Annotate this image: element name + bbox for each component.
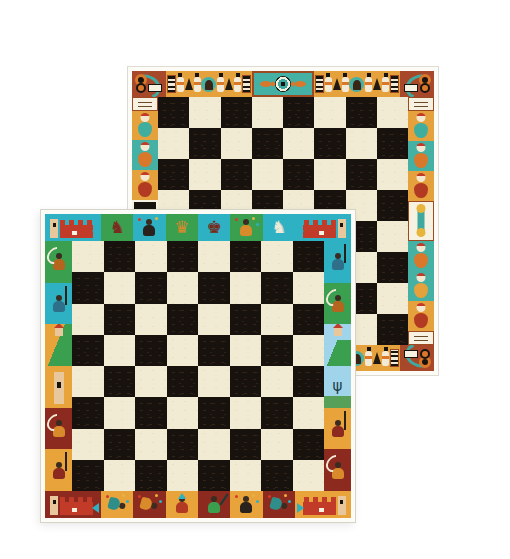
dark-square <box>198 335 230 366</box>
light-square <box>104 335 136 366</box>
queen-tile: ♛ <box>166 214 198 241</box>
light-square <box>314 159 345 190</box>
castle-on-hill-tile <box>45 324 72 366</box>
dark-square <box>377 128 408 159</box>
dark-square <box>167 429 199 460</box>
dark-square <box>293 241 325 272</box>
tower-tile <box>45 366 72 408</box>
light-square <box>167 335 199 366</box>
soldier-tile <box>324 408 351 450</box>
dark-square <box>167 241 199 272</box>
stick-player-tile <box>198 491 230 518</box>
dark-square <box>135 460 167 491</box>
dark-square <box>158 97 189 128</box>
swirl-corner-top-left <box>132 71 166 97</box>
light-square <box>72 366 104 397</box>
light-square <box>167 460 199 491</box>
checkers-board-right-border <box>408 97 434 345</box>
product-photo: ♞♛♚♞ψ <box>0 0 510 559</box>
chess-board-left-border <box>45 241 72 491</box>
dark-square <box>346 97 377 128</box>
matryoshka-orange <box>132 140 158 170</box>
juggler-figure <box>240 219 252 236</box>
soldier-tile <box>45 283 72 325</box>
light-square <box>261 429 293 460</box>
light-square <box>198 429 230 460</box>
light-square <box>252 159 283 190</box>
dark-square <box>221 159 252 190</box>
dark-square <box>104 429 136 460</box>
dark-square <box>293 304 325 335</box>
castle-corner-top-left <box>45 214 101 241</box>
acrobat-figure <box>107 497 127 513</box>
knight-tile: ♞ <box>110 219 125 236</box>
dark-square <box>377 252 408 283</box>
light-square <box>135 241 167 272</box>
swirl-corner-top-right <box>400 71 434 97</box>
light-square <box>104 460 136 491</box>
king-tile: ♚ <box>198 214 230 241</box>
matryoshka-red <box>408 171 434 201</box>
dark-square <box>135 335 167 366</box>
light-square <box>230 460 262 491</box>
juggler-tile <box>133 214 165 241</box>
chess-board-front: ♞♛♚♞ψ <box>41 210 355 522</box>
matryoshka-red <box>132 170 158 200</box>
trident-silhouette-tile: ψ <box>324 366 351 408</box>
archer-tile <box>45 241 72 283</box>
trident-glyph: ψ <box>333 379 343 394</box>
castle-on-hill-tile <box>324 324 351 366</box>
light-square <box>230 272 262 303</box>
dark-square <box>189 128 220 159</box>
light-square <box>158 128 189 159</box>
light-square <box>346 128 377 159</box>
light-square <box>293 460 325 491</box>
dark-square <box>198 272 230 303</box>
light-square <box>72 241 104 272</box>
light-square <box>283 128 314 159</box>
dark-square <box>293 366 325 397</box>
checkers-board-top-border <box>132 71 434 97</box>
dark-square <box>261 460 293 491</box>
light-square <box>293 397 325 428</box>
light-square <box>252 97 283 128</box>
light-square <box>189 97 220 128</box>
dark-square <box>283 159 314 190</box>
dark-square <box>261 397 293 428</box>
dark-square <box>104 366 136 397</box>
acrobat-figure <box>269 497 289 513</box>
dark-square <box>377 314 408 345</box>
fish-and-eye-plaque <box>252 71 314 97</box>
dash-plaque <box>132 97 158 111</box>
dark-square <box>221 97 252 128</box>
light-square <box>377 159 408 190</box>
archer-tile <box>45 408 72 450</box>
dark-square <box>167 366 199 397</box>
matryoshka-teal <box>408 111 434 141</box>
light-square <box>261 366 293 397</box>
light-square <box>189 159 220 190</box>
castle-corner-bottom-right <box>295 491 351 518</box>
light-square <box>104 272 136 303</box>
dark-square <box>230 366 262 397</box>
light-square <box>72 429 104 460</box>
dark-square <box>135 397 167 428</box>
king-tile: ♚ <box>207 219 222 236</box>
juggler-tile <box>230 491 262 518</box>
dark-square <box>346 159 377 190</box>
light-square <box>221 128 252 159</box>
dark-square <box>230 304 262 335</box>
dark-square <box>72 397 104 428</box>
light-square <box>167 272 199 303</box>
dark-square <box>198 397 230 428</box>
dark-square <box>104 304 136 335</box>
acrobat-figure <box>140 497 160 513</box>
archer-tile <box>324 449 351 491</box>
dark-square <box>252 128 283 159</box>
dark-square <box>104 241 136 272</box>
light-square <box>377 283 408 314</box>
dark-square <box>283 97 314 128</box>
jester-head-tile <box>166 491 198 518</box>
folk-motif-strip <box>166 71 252 97</box>
soldier-figure <box>332 420 344 437</box>
matryoshka-orange <box>408 241 434 271</box>
dark-square <box>167 304 199 335</box>
light-square <box>198 304 230 335</box>
dark-square <box>314 128 345 159</box>
dark-square <box>72 272 104 303</box>
dark-square <box>72 460 104 491</box>
light-square <box>135 304 167 335</box>
light-square <box>293 272 325 303</box>
dark-square <box>230 429 262 460</box>
light-square <box>377 97 408 128</box>
light-square <box>230 335 262 366</box>
light-square <box>293 335 325 366</box>
light-square <box>314 97 345 128</box>
juggler-figure <box>143 219 155 236</box>
dark-square <box>230 241 262 272</box>
light-square <box>198 366 230 397</box>
light-square <box>104 397 136 428</box>
matryoshka-teal <box>132 111 158 141</box>
dark-square <box>135 272 167 303</box>
castle-corner-bottom-left <box>45 491 101 518</box>
light-square <box>198 241 230 272</box>
column-ornament <box>408 201 434 242</box>
soldier-figure <box>332 253 344 270</box>
chess-board-grid <box>72 241 324 491</box>
dark-square <box>261 272 293 303</box>
knight-tile: ♞ <box>101 214 133 241</box>
queen-tile: ♛ <box>174 219 189 236</box>
soldier-tile <box>45 449 72 491</box>
light-square <box>261 304 293 335</box>
light-square <box>230 397 262 428</box>
chess-board-frame: ♞♛♚♞ψ <box>45 214 351 518</box>
matryoshka-orange <box>408 141 434 171</box>
chess-board-top-border: ♞♛♚♞ <box>45 214 351 241</box>
batter-figure <box>208 496 220 513</box>
dark-square <box>72 335 104 366</box>
acrobat-tile <box>263 491 295 518</box>
soldier-tile <box>324 241 351 283</box>
light-square <box>72 304 104 335</box>
light-square <box>261 241 293 272</box>
knight-tile: ♞ <box>271 219 286 236</box>
light-square <box>135 429 167 460</box>
chess-board-bottom-border <box>45 491 351 518</box>
light-square <box>377 221 408 252</box>
dark-square <box>198 460 230 491</box>
archer-tile <box>324 283 351 325</box>
light-square <box>167 397 199 428</box>
chess-board-middle: ψ <box>45 241 351 491</box>
acrobat-tile <box>101 491 133 518</box>
dark-square <box>261 335 293 366</box>
acrobat-tile <box>133 491 165 518</box>
light-square <box>135 366 167 397</box>
soldier-figure <box>53 295 65 312</box>
dark-square <box>293 429 325 460</box>
juggler-figure <box>240 496 252 513</box>
dark-square <box>377 190 408 221</box>
dash-plaque <box>408 331 434 345</box>
dark-square <box>158 159 189 190</box>
matryoshka-red <box>408 301 434 331</box>
knight-tile: ♞ <box>263 214 295 241</box>
folk-motif-strip <box>314 71 400 97</box>
chess-board-right-border: ψ <box>324 241 351 491</box>
matryoshka-gold <box>408 271 434 301</box>
jester-juggler-tile <box>230 214 262 241</box>
castle-corner-top-right <box>295 214 351 241</box>
swirl-corner-bottom-right <box>400 345 434 371</box>
dash-plaque <box>408 97 434 111</box>
soldier-figure <box>53 462 65 479</box>
